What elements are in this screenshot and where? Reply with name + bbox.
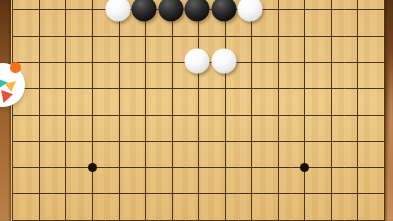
intersection[interactable] (292, 102, 319, 128)
intersection[interactable] (132, 155, 159, 181)
intersection[interactable] (106, 76, 133, 102)
intersection[interactable] (132, 0, 159, 23)
intersection[interactable] (53, 128, 80, 154)
intersection[interactable] (79, 128, 106, 154)
intersection[interactable] (106, 23, 133, 49)
intersection[interactable] (318, 155, 345, 181)
intersection[interactable] (345, 0, 372, 23)
intersection[interactable] (186, 128, 213, 154)
intersection[interactable] (132, 181, 159, 207)
intersection[interactable] (265, 49, 292, 75)
intersection[interactable] (132, 128, 159, 154)
intersection[interactable] (212, 102, 239, 128)
intersection[interactable] (159, 128, 186, 154)
intersection[interactable] (212, 181, 239, 207)
intersection[interactable] (186, 23, 213, 49)
intersection[interactable] (239, 102, 266, 128)
intersection[interactable] (292, 155, 319, 181)
intersection[interactable] (186, 49, 213, 75)
black-stone (158, 0, 183, 21)
star-point (300, 163, 309, 172)
intersection[interactable] (159, 49, 186, 75)
intersection[interactable] (265, 23, 292, 49)
intersection[interactable] (186, 207, 213, 221)
intersection[interactable] (79, 181, 106, 207)
board-right-edge (385, 0, 393, 221)
intersection[interactable] (345, 76, 372, 102)
intersection[interactable] (318, 207, 345, 221)
intersection[interactable] (345, 102, 372, 128)
intersection[interactable] (212, 207, 239, 221)
intersection[interactable] (132, 102, 159, 128)
intersection[interactable] (26, 155, 53, 181)
intersection[interactable] (318, 76, 345, 102)
intersection[interactable] (53, 23, 80, 49)
black-stone (211, 0, 236, 21)
intersection[interactable] (26, 76, 53, 102)
intersection[interactable] (212, 23, 239, 49)
intersection[interactable] (345, 23, 372, 49)
intersection[interactable] (106, 128, 133, 154)
intersection[interactable] (345, 128, 372, 154)
intersection[interactable] (292, 0, 319, 23)
intersection[interactable] (239, 155, 266, 181)
intersection[interactable] (79, 155, 106, 181)
star-point (88, 163, 97, 172)
intersection[interactable] (292, 181, 319, 207)
intersection[interactable] (318, 23, 345, 49)
intersection[interactable] (79, 76, 106, 102)
intersection[interactable] (159, 155, 186, 181)
intersection[interactable] (53, 76, 80, 102)
intersection[interactable] (79, 49, 106, 75)
intersection[interactable] (26, 102, 53, 128)
intersection[interactable] (212, 128, 239, 154)
intersection[interactable] (79, 207, 106, 221)
intersection[interactable] (212, 49, 239, 75)
intersection[interactable] (318, 102, 345, 128)
intersection[interactable] (79, 0, 106, 23)
intersection[interactable] (239, 128, 266, 154)
intersection[interactable] (53, 102, 80, 128)
intersection[interactable] (159, 23, 186, 49)
intersection[interactable] (106, 102, 133, 128)
app-logo-button[interactable] (0, 63, 25, 107)
white-stone (105, 0, 130, 21)
app-logo-orange-dot-icon (10, 62, 21, 73)
intersection[interactable] (345, 49, 372, 75)
intersection[interactable] (212, 0, 239, 23)
intersection[interactable] (186, 102, 213, 128)
intersection[interactable] (79, 102, 106, 128)
intersection[interactable] (292, 23, 319, 49)
intersection[interactable] (345, 155, 372, 181)
intersection[interactable] (26, 49, 53, 75)
intersection[interactable] (132, 207, 159, 221)
board-left-edge (0, 0, 11, 221)
intersection[interactable] (239, 23, 266, 49)
intersection[interactable] (132, 49, 159, 75)
intersection[interactable] (53, 181, 80, 207)
intersection[interactable] (345, 207, 372, 221)
white-stone (238, 0, 263, 21)
intersection[interactable] (265, 102, 292, 128)
intersection[interactable] (106, 207, 133, 221)
go-app-screenshot (0, 0, 393, 221)
intersection[interactable] (265, 207, 292, 221)
intersection[interactable] (212, 155, 239, 181)
white-stone (185, 49, 210, 74)
intersection[interactable] (239, 49, 266, 75)
intersection[interactable] (212, 76, 239, 102)
intersection[interactable] (292, 76, 319, 102)
intersection[interactable] (106, 155, 133, 181)
intersection[interactable] (265, 0, 292, 23)
intersection[interactable] (106, 49, 133, 75)
intersection[interactable] (26, 128, 53, 154)
intersection[interactable] (318, 181, 345, 207)
black-stone (132, 0, 157, 21)
intersection[interactable] (292, 49, 319, 75)
intersection[interactable] (53, 0, 80, 23)
intersection[interactable] (132, 76, 159, 102)
intersection[interactable] (186, 0, 213, 23)
intersection[interactable] (318, 128, 345, 154)
intersection[interactable] (318, 0, 345, 23)
intersection[interactable] (239, 0, 266, 23)
intersection[interactable] (26, 23, 53, 49)
intersection[interactable] (159, 76, 186, 102)
intersection[interactable] (53, 155, 80, 181)
intersection[interactable] (186, 76, 213, 102)
intersection[interactable] (53, 49, 80, 75)
intersection[interactable] (265, 128, 292, 154)
white-stone (211, 49, 236, 74)
intersection[interactable] (239, 207, 266, 221)
intersection[interactable] (106, 181, 133, 207)
intersection[interactable] (345, 181, 372, 207)
intersection[interactable] (186, 155, 213, 181)
intersection[interactable] (26, 181, 53, 207)
intersection[interactable] (265, 155, 292, 181)
intersection[interactable] (159, 181, 186, 207)
intersection[interactable] (292, 128, 319, 154)
intersection[interactable] (79, 23, 106, 49)
intersection[interactable] (318, 49, 345, 75)
intersection[interactable] (132, 23, 159, 49)
intersection[interactable] (106, 0, 133, 23)
intersection[interactable] (159, 102, 186, 128)
intersection[interactable] (159, 0, 186, 23)
intersection[interactable] (159, 207, 186, 221)
intersection[interactable] (292, 207, 319, 221)
intersection[interactable] (186, 181, 213, 207)
intersection[interactable] (26, 207, 53, 221)
black-stone (185, 0, 210, 21)
intersection[interactable] (265, 76, 292, 102)
intersection[interactable] (265, 181, 292, 207)
intersection[interactable] (26, 0, 53, 23)
intersection[interactable] (239, 76, 266, 102)
go-board-grid (0, 0, 393, 221)
intersection[interactable] (239, 181, 266, 207)
intersection[interactable] (53, 207, 80, 221)
